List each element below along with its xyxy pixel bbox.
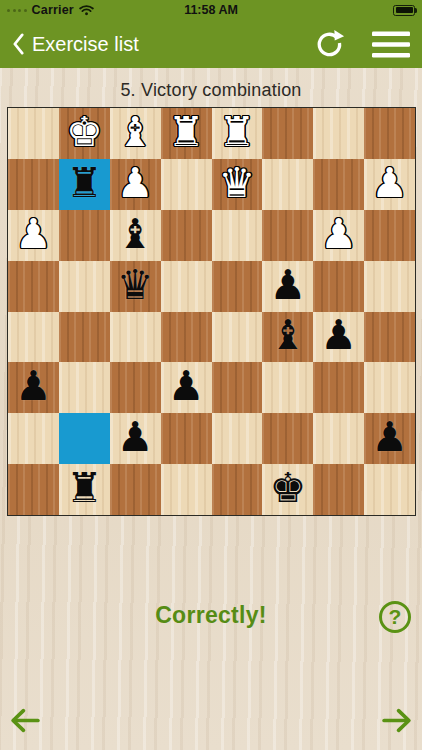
square-h2[interactable]: ♟: [364, 413, 415, 464]
prev-exercise-button[interactable]: [9, 704, 42, 740]
square-b3[interactable]: [59, 362, 110, 413]
square-f3[interactable]: [262, 362, 313, 413]
piece-black-queen: ♛: [117, 265, 154, 306]
square-a6[interactable]: ♟: [8, 210, 59, 261]
piece-white-king: ♚: [66, 112, 103, 153]
prev-arrow-icon: [9, 704, 42, 737]
piece-black-rook: ♜: [66, 468, 103, 509]
square-h8[interactable]: [364, 108, 415, 159]
piece-white-bishop: ♝: [117, 112, 154, 153]
square-h5[interactable]: [364, 261, 415, 312]
piece-white-queen: ♛: [219, 163, 256, 204]
piece-white-pawn: ♟: [15, 214, 52, 255]
square-a3[interactable]: ♟: [8, 362, 59, 413]
square-b8[interactable]: ♚: [59, 108, 110, 159]
piece-white-rook: ♜: [219, 112, 256, 153]
square-e5[interactable]: [212, 261, 263, 312]
square-a5[interactable]: [8, 261, 59, 312]
square-g5[interactable]: [313, 261, 364, 312]
square-a8[interactable]: [8, 108, 59, 159]
square-b2[interactable]: [59, 413, 110, 464]
square-e6[interactable]: [212, 210, 263, 261]
square-h3[interactable]: [364, 362, 415, 413]
square-h6[interactable]: [364, 210, 415, 261]
square-g8[interactable]: [313, 108, 364, 159]
square-e2[interactable]: [212, 413, 263, 464]
chess-board: ♚♝♜♜♜♟♛♟♟♝♟♛♟♝♟♟♟♟♟♜♚: [7, 107, 416, 516]
square-d5[interactable]: [161, 261, 212, 312]
square-f1[interactable]: ♚: [262, 464, 313, 515]
square-d8[interactable]: ♜: [161, 108, 212, 159]
square-h4[interactable]: [364, 312, 415, 363]
piece-black-pawn: ♟: [269, 265, 306, 306]
battery-icon: [393, 5, 415, 16]
next-arrow-icon: [380, 704, 413, 737]
square-b4[interactable]: [59, 312, 110, 363]
square-f8[interactable]: [262, 108, 313, 159]
square-a2[interactable]: [8, 413, 59, 464]
square-f6[interactable]: [262, 210, 313, 261]
square-a1[interactable]: [8, 464, 59, 515]
question-mark-icon: ?: [389, 605, 402, 628]
square-b6[interactable]: [59, 210, 110, 261]
help-button[interactable]: ?: [379, 601, 411, 633]
square-e3[interactable]: [212, 362, 263, 413]
square-e1[interactable]: [212, 464, 263, 515]
square-g2[interactable]: [313, 413, 364, 464]
piece-black-pawn: ♟: [320, 315, 357, 356]
back-label: Exercise list: [32, 33, 139, 56]
square-b5[interactable]: [59, 261, 110, 312]
square-c8[interactable]: ♝: [110, 108, 161, 159]
square-c5[interactable]: ♛: [110, 261, 161, 312]
piece-white-pawn: ♟: [371, 163, 408, 204]
square-c6[interactable]: ♝: [110, 210, 161, 261]
menu-icon: [372, 31, 410, 58]
square-b1[interactable]: ♜: [59, 464, 110, 515]
square-d2[interactable]: [161, 413, 212, 464]
nav-actions: [313, 28, 410, 61]
back-button[interactable]: Exercise list: [12, 33, 139, 56]
feedback-message: Correctly!: [0, 602, 422, 629]
square-c3[interactable]: [110, 362, 161, 413]
menu-button[interactable]: [372, 31, 410, 58]
exercise-title: 5. Victory combination: [0, 80, 422, 101]
square-d6[interactable]: [161, 210, 212, 261]
square-h1[interactable]: [364, 464, 415, 515]
square-d1[interactable]: [161, 464, 212, 515]
square-d7[interactable]: [161, 159, 212, 210]
square-f4[interactable]: ♝: [262, 312, 313, 363]
square-a7[interactable]: [8, 159, 59, 210]
square-e8[interactable]: ♜: [212, 108, 263, 159]
square-f5[interactable]: ♟: [262, 261, 313, 312]
piece-black-king: ♚: [269, 468, 306, 509]
square-a4[interactable]: [8, 312, 59, 363]
square-f2[interactable]: [262, 413, 313, 464]
square-e4[interactable]: [212, 312, 263, 363]
square-c2[interactable]: ♟: [110, 413, 161, 464]
app-screen: Carrier 11:58 AM Exercise list: [0, 0, 422, 750]
piece-black-pawn: ♟: [168, 366, 205, 407]
square-c1[interactable]: [110, 464, 161, 515]
square-g4[interactable]: ♟: [313, 312, 364, 363]
square-g1[interactable]: [313, 464, 364, 515]
square-g3[interactable]: [313, 362, 364, 413]
square-b7[interactable]: ♜: [59, 159, 110, 210]
piece-black-pawn: ♟: [371, 417, 408, 458]
next-exercise-button[interactable]: [380, 704, 413, 740]
square-g7[interactable]: [313, 159, 364, 210]
status-bar: Carrier 11:58 AM: [0, 0, 422, 20]
square-f7[interactable]: [262, 159, 313, 210]
refresh-button[interactable]: [313, 28, 346, 61]
square-h7[interactable]: ♟: [364, 159, 415, 210]
square-g6[interactable]: ♟: [313, 210, 364, 261]
back-chevron-icon: [12, 33, 25, 55]
refresh-icon: [313, 28, 346, 61]
square-d4[interactable]: [161, 312, 212, 363]
piece-white-rook: ♜: [168, 112, 205, 153]
square-d3[interactable]: ♟: [161, 362, 212, 413]
piece-black-pawn: ♟: [15, 366, 52, 407]
square-e7[interactable]: ♛: [212, 159, 263, 210]
piece-black-pawn: ♟: [117, 417, 154, 458]
piece-black-bishop: ♝: [117, 214, 154, 255]
piece-black-bishop: ♝: [269, 315, 306, 356]
square-c4[interactable]: [110, 312, 161, 363]
piece-white-pawn: ♟: [117, 163, 154, 204]
piece-black-rook: ♜: [66, 163, 103, 204]
square-c7[interactable]: ♟: [110, 159, 161, 210]
piece-white-pawn: ♟: [320, 214, 357, 255]
nav-bar: Exercise list: [0, 20, 422, 68]
status-time: 11:58 AM: [0, 3, 422, 17]
